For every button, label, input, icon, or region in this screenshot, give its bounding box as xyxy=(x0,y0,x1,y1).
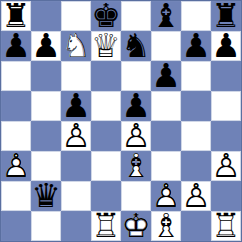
square-g2[interactable]: ♟♙ xyxy=(181,181,211,211)
white-knight: ♞♘ xyxy=(61,31,91,61)
square-c7[interactable]: ♞♘ xyxy=(61,31,91,61)
white-pawn: ♟♙ xyxy=(61,121,91,151)
white-pawn-icon: ♙ xyxy=(1,151,31,181)
square-b6[interactable] xyxy=(31,61,61,91)
square-a7[interactable]: ♟ xyxy=(1,31,31,61)
black-pawn-icon: ♟ xyxy=(151,61,181,91)
square-g4[interactable] xyxy=(181,121,211,151)
white-queen: ♛♕ xyxy=(91,31,121,61)
square-h6[interactable] xyxy=(211,61,241,91)
square-h5[interactable] xyxy=(211,91,241,121)
square-g6[interactable] xyxy=(181,61,211,91)
square-f4[interactable] xyxy=(151,121,181,151)
white-bishop: ♝♗ xyxy=(151,211,181,241)
white-pawn-icon: ♙ xyxy=(61,121,91,151)
black-pawn: ♟ xyxy=(211,31,241,61)
black-pawn: ♟ xyxy=(181,31,211,61)
square-d6[interactable] xyxy=(91,61,121,91)
white-king: ♚♔ xyxy=(121,211,151,241)
black-pawn-icon: ♟ xyxy=(31,31,61,61)
square-b1[interactable] xyxy=(31,211,61,241)
square-g1[interactable] xyxy=(181,211,211,241)
black-queen: ♛ xyxy=(31,181,61,211)
square-a3[interactable]: ♟♙ xyxy=(1,151,31,181)
white-bishop-icon: ♗ xyxy=(121,151,151,181)
white-bishop-icon: ♗ xyxy=(151,211,181,241)
white-pawn: ♟♙ xyxy=(211,151,241,181)
black-bishop-icon: ♝ xyxy=(151,1,181,31)
square-d3[interactable] xyxy=(91,151,121,181)
square-b4[interactable] xyxy=(31,121,61,151)
square-d1[interactable]: ♜♖ xyxy=(91,211,121,241)
square-a6[interactable] xyxy=(1,61,31,91)
square-c4[interactable]: ♟♙ xyxy=(61,121,91,151)
black-bishop: ♝ xyxy=(151,1,181,31)
square-g5[interactable] xyxy=(181,91,211,121)
square-c3[interactable] xyxy=(61,151,91,181)
white-knight-icon: ♘ xyxy=(61,31,91,61)
square-f5[interactable] xyxy=(151,91,181,121)
square-h7[interactable]: ♟ xyxy=(211,31,241,61)
square-g7[interactable]: ♟ xyxy=(181,31,211,61)
square-f1[interactable]: ♝♗ xyxy=(151,211,181,241)
square-b2[interactable]: ♛ xyxy=(31,181,61,211)
square-f8[interactable]: ♝ xyxy=(151,1,181,31)
white-queen-icon: ♕ xyxy=(91,31,121,61)
black-pawn: ♟ xyxy=(151,61,181,91)
black-pawn: ♟ xyxy=(31,31,61,61)
black-queen-icon: ♛ xyxy=(31,181,61,211)
black-knight-icon: ♞ xyxy=(121,31,151,61)
square-a2[interactable] xyxy=(1,181,31,211)
white-pawn: ♟♙ xyxy=(181,181,211,211)
square-e7[interactable]: ♞ xyxy=(121,31,151,61)
square-a5[interactable] xyxy=(1,91,31,121)
white-rook-icon: ♖ xyxy=(91,211,121,241)
white-king-icon: ♔ xyxy=(121,211,151,241)
white-rook: ♜♖ xyxy=(91,211,121,241)
square-e1[interactable]: ♚♔ xyxy=(121,211,151,241)
square-d4[interactable] xyxy=(91,121,121,151)
square-h1[interactable]: ♜♖ xyxy=(211,211,241,241)
white-pawn-icon: ♙ xyxy=(181,181,211,211)
black-pawn-icon: ♟ xyxy=(211,31,241,61)
square-h3[interactable]: ♟♙ xyxy=(211,151,241,181)
black-pawn-icon: ♟ xyxy=(181,31,211,61)
square-d7[interactable]: ♛♕ xyxy=(91,31,121,61)
white-rook: ♜♖ xyxy=(211,211,241,241)
square-b7[interactable]: ♟ xyxy=(31,31,61,61)
black-knight: ♞ xyxy=(121,31,151,61)
square-d5[interactable] xyxy=(91,91,121,121)
square-b5[interactable] xyxy=(31,91,61,121)
white-bishop: ♝♗ xyxy=(121,151,151,181)
chess-board: ♜♚♝♜♟♟♞♘♛♕♞♟♟♟♟♟♟♙♟♙♟♙♝♗♟♙♛♟♙♟♙♜♖♚♔♝♗♜♖ xyxy=(0,0,242,242)
black-pawn: ♟ xyxy=(1,31,31,61)
square-c2[interactable] xyxy=(61,181,91,211)
white-rook-icon: ♖ xyxy=(211,211,241,241)
black-pawn-icon: ♟ xyxy=(1,31,31,61)
square-c1[interactable] xyxy=(61,211,91,241)
square-a1[interactable] xyxy=(1,211,31,241)
square-e3[interactable]: ♝♗ xyxy=(121,151,151,181)
white-pawn: ♟♙ xyxy=(1,151,31,181)
white-pawn-icon: ♙ xyxy=(211,151,241,181)
square-f6[interactable]: ♟ xyxy=(151,61,181,91)
